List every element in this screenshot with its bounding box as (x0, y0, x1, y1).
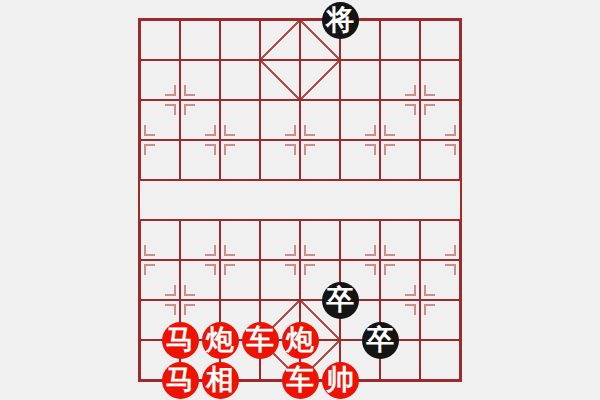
star-point-marker (405, 85, 416, 96)
board-cell (380, 180, 420, 220)
palace-cell (300, 60, 340, 100)
star-point-marker (445, 125, 456, 136)
star-point-marker (384, 144, 395, 155)
board-cell (420, 180, 460, 220)
star-point-marker (365, 144, 376, 155)
board-cell (140, 180, 180, 220)
board-cell (340, 60, 380, 100)
star-point-marker (144, 264, 155, 275)
star-point-marker (285, 264, 296, 275)
star-point-marker (144, 144, 155, 155)
star-point-marker (205, 264, 216, 275)
star-point-marker (304, 264, 315, 275)
star-point-marker (205, 144, 216, 155)
star-point-marker (144, 245, 155, 256)
star-point-marker (205, 125, 216, 136)
star-point-marker (285, 245, 296, 256)
board-cell (380, 20, 420, 60)
xiangqi-board: 将卒卒马炮车炮马相车帅 (140, 20, 460, 380)
xiangqi-app: 将卒卒马炮车炮马相车帅 (0, 0, 600, 400)
board-cell (220, 20, 260, 60)
star-point-marker (165, 85, 176, 96)
star-point-marker (184, 285, 195, 296)
star-point-marker (405, 104, 416, 115)
star-point-marker (445, 245, 456, 256)
star-point-marker (405, 285, 416, 296)
star-point-marker (184, 104, 195, 115)
star-point-marker (165, 104, 176, 115)
star-point-marker (285, 144, 296, 155)
star-point-marker (445, 264, 456, 275)
board-cell (180, 20, 220, 60)
board-cell (220, 180, 260, 220)
star-point-marker (184, 85, 195, 96)
black-general-piece[interactable]: 将 (322, 2, 359, 39)
star-point-marker (304, 245, 315, 256)
star-point-marker (424, 85, 435, 96)
red-horse-piece[interactable]: 马 (162, 362, 199, 399)
star-point-marker (224, 125, 235, 136)
board-cell (300, 180, 340, 220)
star-point-marker (365, 264, 376, 275)
star-point-marker (224, 245, 235, 256)
red-cannon-piece[interactable]: 炮 (282, 322, 319, 359)
star-point-marker (424, 104, 435, 115)
board-cell (180, 180, 220, 220)
board-cell (140, 20, 180, 60)
red-chariot-piece[interactable]: 车 (282, 362, 319, 399)
board-cell (340, 180, 380, 220)
star-point-marker (304, 125, 315, 136)
board-cell (260, 180, 300, 220)
star-point-marker (445, 144, 456, 155)
star-point-marker (165, 304, 176, 315)
red-cannon-piece[interactable]: 炮 (202, 322, 239, 359)
star-point-marker (165, 285, 176, 296)
star-point-marker (384, 245, 395, 256)
star-point-marker (424, 285, 435, 296)
black-soldier-piece[interactable]: 卒 (322, 282, 359, 319)
red-general-piece[interactable]: 帅 (322, 362, 359, 399)
board-cell (420, 340, 460, 380)
star-point-marker (205, 245, 216, 256)
star-point-marker (424, 304, 435, 315)
star-point-marker (224, 144, 235, 155)
palace-cell (260, 20, 300, 60)
black-soldier-piece[interactable]: 卒 (362, 322, 399, 359)
star-point-marker (144, 125, 155, 136)
star-point-marker (285, 125, 296, 136)
star-point-marker (405, 304, 416, 315)
palace-cell (260, 60, 300, 100)
star-point-marker (184, 304, 195, 315)
star-point-marker (304, 144, 315, 155)
red-elephant-piece[interactable]: 相 (202, 362, 239, 399)
star-point-marker (365, 125, 376, 136)
red-horse-piece[interactable]: 马 (162, 322, 199, 359)
star-point-marker (384, 264, 395, 275)
board-cell (220, 60, 260, 100)
star-point-marker (224, 264, 235, 275)
red-chariot-piece[interactable]: 车 (242, 322, 279, 359)
star-point-marker (384, 125, 395, 136)
star-point-marker (365, 245, 376, 256)
board-cell (420, 20, 460, 60)
